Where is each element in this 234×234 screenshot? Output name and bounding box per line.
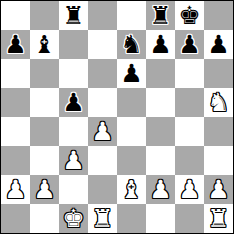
square-h5[interactable]: ♞ <box>204 88 233 117</box>
square-a8[interactable] <box>1 1 30 30</box>
square-f8[interactable]: ♜ <box>146 1 175 30</box>
piece-black-rook[interactable]: ♜ <box>62 3 84 28</box>
square-a4[interactable] <box>1 117 30 146</box>
square-c2[interactable] <box>59 175 88 204</box>
square-a2[interactable]: ♟ <box>1 175 30 204</box>
square-e5[interactable] <box>117 88 146 117</box>
piece-white-pawn[interactable]: ♟ <box>149 177 171 202</box>
piece-black-pawn[interactable]: ♟ <box>178 32 200 57</box>
piece-white-king[interactable]: ♚ <box>62 206 84 231</box>
square-d3[interactable] <box>88 146 117 175</box>
square-b7[interactable]: ♝ <box>30 30 59 59</box>
square-e6[interactable]: ♟ <box>117 59 146 88</box>
piece-white-rook[interactable]: ♜ <box>91 206 113 231</box>
square-d4[interactable]: ♟ <box>88 117 117 146</box>
square-c5[interactable]: ♟ <box>59 88 88 117</box>
piece-black-pawn[interactable]: ♟ <box>149 32 171 57</box>
square-d1[interactable]: ♜ <box>88 204 117 233</box>
square-d2[interactable] <box>88 175 117 204</box>
piece-black-pawn[interactable]: ♟ <box>120 61 142 86</box>
square-g3[interactable] <box>175 146 204 175</box>
square-f4[interactable] <box>146 117 175 146</box>
square-f3[interactable] <box>146 146 175 175</box>
square-d6[interactable] <box>88 59 117 88</box>
piece-black-pawn[interactable]: ♟ <box>207 32 229 57</box>
square-g1[interactable] <box>175 204 204 233</box>
piece-white-pawn[interactable]: ♟ <box>178 177 200 202</box>
piece-white-knight[interactable]: ♞ <box>207 90 229 115</box>
piece-white-pawn[interactable]: ♟ <box>62 148 84 173</box>
piece-white-bishop[interactable]: ♝ <box>120 177 142 202</box>
square-b1[interactable] <box>30 204 59 233</box>
piece-white-rook[interactable]: ♜ <box>207 206 229 231</box>
square-c1[interactable]: ♚ <box>59 204 88 233</box>
square-f7[interactable]: ♟ <box>146 30 175 59</box>
square-c6[interactable] <box>59 59 88 88</box>
piece-black-pawn[interactable]: ♟ <box>62 90 84 115</box>
square-d5[interactable] <box>88 88 117 117</box>
piece-black-bishop[interactable]: ♝ <box>33 32 55 57</box>
square-b2[interactable]: ♟ <box>30 175 59 204</box>
piece-white-pawn[interactable]: ♟ <box>33 177 55 202</box>
piece-white-pawn[interactable]: ♟ <box>207 177 229 202</box>
chess-diagram: ♜♜♚♟♝♞♟♟♟♟♟♞♟♟♟♟♝♟♟♟♚♜♜ <box>0 0 234 234</box>
square-b3[interactable] <box>30 146 59 175</box>
chess-board: ♜♜♚♟♝♞♟♟♟♟♟♞♟♟♟♟♝♟♟♟♚♜♜ <box>0 0 234 234</box>
square-d7[interactable] <box>88 30 117 59</box>
square-g7[interactable]: ♟ <box>175 30 204 59</box>
square-c4[interactable] <box>59 117 88 146</box>
square-d8[interactable] <box>88 1 117 30</box>
square-h1[interactable]: ♜ <box>204 204 233 233</box>
piece-white-pawn[interactable]: ♟ <box>4 177 26 202</box>
square-g2[interactable]: ♟ <box>175 175 204 204</box>
square-e1[interactable] <box>117 204 146 233</box>
square-a7[interactable]: ♟ <box>1 30 30 59</box>
square-h4[interactable] <box>204 117 233 146</box>
square-g6[interactable] <box>175 59 204 88</box>
piece-black-rook[interactable]: ♜ <box>149 3 171 28</box>
piece-black-king[interactable]: ♚ <box>178 3 200 28</box>
square-a5[interactable] <box>1 88 30 117</box>
square-f5[interactable] <box>146 88 175 117</box>
piece-black-knight[interactable]: ♞ <box>120 32 142 57</box>
square-e4[interactable] <box>117 117 146 146</box>
square-f2[interactable]: ♟ <box>146 175 175 204</box>
square-c7[interactable] <box>59 30 88 59</box>
square-h6[interactable] <box>204 59 233 88</box>
square-g8[interactable]: ♚ <box>175 1 204 30</box>
square-h2[interactable]: ♟ <box>204 175 233 204</box>
piece-black-pawn[interactable]: ♟ <box>4 32 26 57</box>
square-c8[interactable]: ♜ <box>59 1 88 30</box>
square-e3[interactable] <box>117 146 146 175</box>
square-b8[interactable] <box>30 1 59 30</box>
square-e2[interactable]: ♝ <box>117 175 146 204</box>
square-b5[interactable] <box>30 88 59 117</box>
square-e7[interactable]: ♞ <box>117 30 146 59</box>
square-a6[interactable] <box>1 59 30 88</box>
square-b4[interactable] <box>30 117 59 146</box>
square-g5[interactable] <box>175 88 204 117</box>
square-h8[interactable] <box>204 1 233 30</box>
square-h3[interactable] <box>204 146 233 175</box>
square-a1[interactable] <box>1 204 30 233</box>
square-e8[interactable] <box>117 1 146 30</box>
piece-white-pawn[interactable]: ♟ <box>91 119 113 144</box>
square-b6[interactable] <box>30 59 59 88</box>
square-g4[interactable] <box>175 117 204 146</box>
square-h7[interactable]: ♟ <box>204 30 233 59</box>
square-c3[interactable]: ♟ <box>59 146 88 175</box>
square-a3[interactable] <box>1 146 30 175</box>
square-f6[interactable] <box>146 59 175 88</box>
square-f1[interactable] <box>146 204 175 233</box>
